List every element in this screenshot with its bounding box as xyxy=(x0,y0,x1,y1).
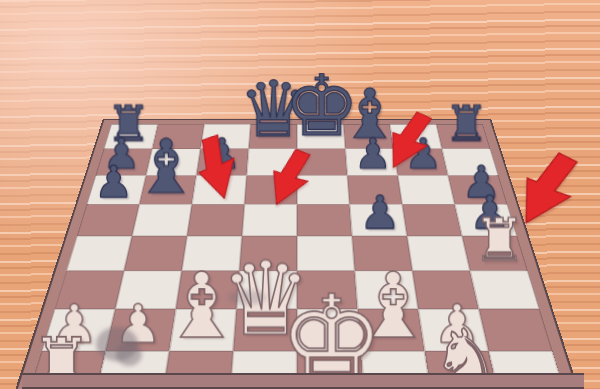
square-a5 xyxy=(77,204,139,236)
piece-shadow xyxy=(116,342,142,366)
square-f5: ♟ xyxy=(350,204,407,236)
square-e5 xyxy=(297,204,352,236)
board-frame-front xyxy=(22,373,584,389)
piece-black-pawn-a6: ♟ xyxy=(93,160,132,204)
square-g6 xyxy=(398,175,455,204)
piece-black-rook-h8: ♜ xyxy=(444,99,488,148)
square-c5 xyxy=(187,204,244,236)
square-b5 xyxy=(132,204,192,236)
square-a4 xyxy=(66,236,132,271)
square-g5 xyxy=(402,204,462,236)
illustration-canvas: ♜♛♚♝♜♟♟♟♟♟♝♟♟♟♜♟♟♝♛♝♟♜♚♞ xyxy=(0,0,600,389)
square-b6: ♝ xyxy=(139,175,196,204)
piece-black-pawn-f5: ♟ xyxy=(359,189,400,235)
square-h4: ♜ xyxy=(462,236,528,271)
square-e8: ♚ xyxy=(297,124,345,149)
piece-shadow xyxy=(228,290,266,305)
